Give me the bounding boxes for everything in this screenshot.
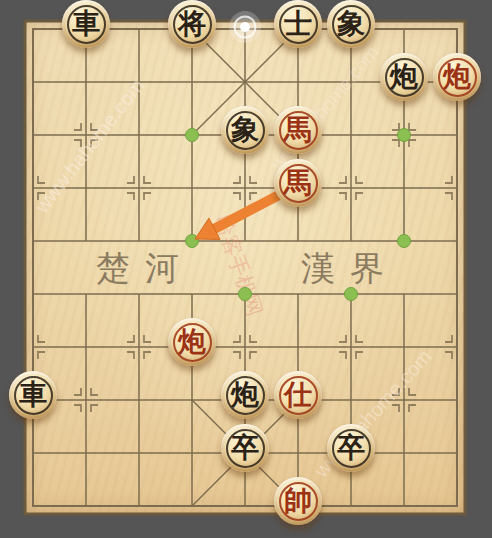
piece-glyph: 象 xyxy=(221,106,269,154)
piece-glyph: 馬 xyxy=(274,106,322,154)
piece-red-cannon[interactable]: 炮 xyxy=(433,53,481,101)
piece-glyph: 象 xyxy=(327,0,375,48)
piece-black-elephant[interactable]: 象 xyxy=(221,106,269,154)
piece-glyph: 卒 xyxy=(221,424,269,472)
piece-black-advisor[interactable]: 士 xyxy=(274,0,322,48)
piece-glyph: 炮 xyxy=(221,371,269,419)
piece-glyph: 帥 xyxy=(274,477,322,525)
xiangqi-board[interactable]: 楚河 漢界 www.hahome.com www.hahome.com 哈客手机… xyxy=(0,0,492,538)
piece-red-horse[interactable]: 馬 xyxy=(274,106,322,154)
piece-red-horse[interactable]: 馬 xyxy=(274,159,322,207)
piece-glyph: 車 xyxy=(9,371,57,419)
piece-red-cannon[interactable]: 炮 xyxy=(168,318,216,366)
piece-glyph: 卒 xyxy=(327,424,375,472)
piece-glyph: 士 xyxy=(274,0,322,48)
pieces-layer: 車将士象炮炮象馬馬炮車炮仕卒卒帥 xyxy=(7,3,484,533)
piece-red-general[interactable]: 帥 xyxy=(274,477,322,525)
piece-glyph: 将 xyxy=(168,0,216,48)
piece-black-general[interactable]: 将 xyxy=(168,0,216,48)
piece-red-advisor[interactable]: 仕 xyxy=(274,371,322,419)
piece-glyph: 仕 xyxy=(274,371,322,419)
piece-glyph: 車 xyxy=(62,0,110,48)
piece-glyph: 炮 xyxy=(168,318,216,366)
piece-black-soldier[interactable]: 卒 xyxy=(221,424,269,472)
piece-glyph: 馬 xyxy=(274,159,322,207)
piece-black-cannon[interactable]: 炮 xyxy=(221,371,269,419)
piece-black-chariot[interactable]: 車 xyxy=(9,371,57,419)
piece-glyph: 炮 xyxy=(433,53,481,101)
piece-black-soldier[interactable]: 卒 xyxy=(327,424,375,472)
piece-glyph: 炮 xyxy=(380,53,428,101)
piece-black-chariot[interactable]: 車 xyxy=(62,0,110,48)
piece-black-cannon[interactable]: 炮 xyxy=(380,53,428,101)
piece-black-elephant[interactable]: 象 xyxy=(327,0,375,48)
